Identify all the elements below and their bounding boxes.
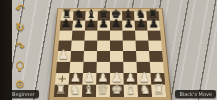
square-a7[interactable]: ♟ [60, 21, 73, 31]
square-g6[interactable] [135, 30, 148, 40]
square-d5[interactable] [97, 41, 110, 51]
square-f4[interactable] [123, 51, 136, 62]
square-b1[interactable]: ♞ [68, 85, 83, 97]
square-b5[interactable] [71, 41, 84, 51]
square-a4[interactable]: ♟ [57, 51, 71, 62]
redo-icon[interactable]: ↷ [14, 40, 26, 52]
restart-icon[interactable]: ↻ [14, 21, 26, 33]
square-h5[interactable] [148, 41, 162, 51]
white-knight[interactable]: ♞ [68, 83, 82, 97]
square-g5[interactable] [136, 41, 149, 51]
restart-icon-glyph: ↻ [15, 22, 24, 33]
undo-icon-glyph: ↶ [15, 3, 24, 14]
square-f5[interactable] [123, 41, 136, 51]
black-pawn[interactable]: ♟ [97, 18, 110, 30]
settings-icon[interactable]: ⚙ [14, 78, 26, 90]
square-f7[interactable]: ♟ [122, 21, 135, 31]
square-c6[interactable] [84, 30, 97, 40]
square-f1[interactable]: ♝ [124, 85, 138, 97]
square-d1[interactable]: ♛ [96, 85, 110, 97]
square-e1[interactable]: ♚ [110, 85, 124, 97]
black-pawn[interactable]: ♟ [85, 18, 98, 30]
square-h7[interactable]: ♟ [147, 21, 160, 31]
difficulty-label: Beginner [8, 90, 39, 98]
white-bishop[interactable]: ♝ [124, 83, 138, 97]
redo-icon-glyph: ↷ [15, 41, 24, 52]
turn-indicator-label: Black's Move [175, 90, 216, 98]
black-pawn[interactable]: ♟ [60, 18, 73, 30]
square-a1[interactable]: ♜ [54, 85, 69, 97]
settings-icon-glyph: ⚙ [15, 79, 25, 90]
white-rook[interactable]: ♜ [152, 83, 166, 97]
chess-board: ♜♞♝♛♚♝♞♜♟♟♟♟♟♟♟♟♟♟♟♟♟♟♟♟♜♞♝♛♚♝♞♜ [48, 8, 172, 100]
square-c4[interactable] [84, 51, 97, 62]
black-pawn[interactable]: ♟ [148, 18, 161, 30]
square-e4[interactable] [110, 51, 123, 62]
white-queen[interactable]: ♛ [96, 83, 110, 97]
black-pawn[interactable]: ♟ [135, 18, 148, 30]
square-h4[interactable] [149, 51, 163, 62]
screen-edge-strip [0, 0, 12, 100]
sidebar: ↶↻↷⚙ [12, 2, 28, 90]
white-bishop[interactable]: ♝ [82, 83, 96, 97]
square-d6[interactable] [97, 30, 110, 40]
square-c1[interactable]: ♝ [82, 85, 96, 97]
square-d7[interactable]: ♟ [97, 21, 110, 31]
square-b7[interactable]: ♟ [72, 21, 85, 31]
square-e5[interactable] [110, 41, 123, 51]
square-b4[interactable] [70, 51, 84, 62]
square-c5[interactable] [84, 41, 97, 51]
white-pawn[interactable]: ♟ [57, 49, 70, 62]
lightbulb-glyph [16, 61, 24, 69]
square-b6[interactable] [72, 30, 85, 40]
square-c7[interactable]: ♟ [85, 21, 98, 31]
square-g4[interactable] [136, 51, 150, 62]
square-d4[interactable] [97, 51, 110, 62]
square-f6[interactable] [123, 30, 136, 40]
square-g1[interactable]: ♞ [138, 85, 153, 97]
undo-icon[interactable]: ↶ [14, 2, 26, 14]
square-g7[interactable]: ♟ [135, 21, 148, 31]
chess-app-screen: ↶↻↷⚙ ♜♞♝♛♚♝♞♜♟♟♟♟♟♟♟♟♟♟♟♟♟♟♟♟♜♞♝♛♚♝♞♜ Be… [0, 0, 217, 100]
black-pawn[interactable]: ♟ [72, 18, 85, 30]
white-rook[interactable]: ♜ [54, 83, 68, 97]
black-pawn[interactable]: ♟ [110, 18, 123, 30]
square-e7[interactable]: ♟ [110, 21, 123, 31]
square-e6[interactable] [110, 30, 123, 40]
square-a6[interactable] [59, 30, 72, 40]
black-pawn[interactable]: ♟ [123, 18, 136, 30]
white-knight[interactable]: ♞ [138, 83, 152, 97]
board-grid: ♜♞♝♛♚♝♞♜♟♟♟♟♟♟♟♟♟♟♟♟♟♟♟♟♜♞♝♛♚♝♞♜ [54, 11, 166, 97]
hint-icon[interactable] [14, 59, 26, 71]
square-h1[interactable]: ♜ [151, 85, 166, 97]
white-king[interactable]: ♚ [110, 83, 124, 97]
square-h6[interactable] [148, 30, 161, 40]
